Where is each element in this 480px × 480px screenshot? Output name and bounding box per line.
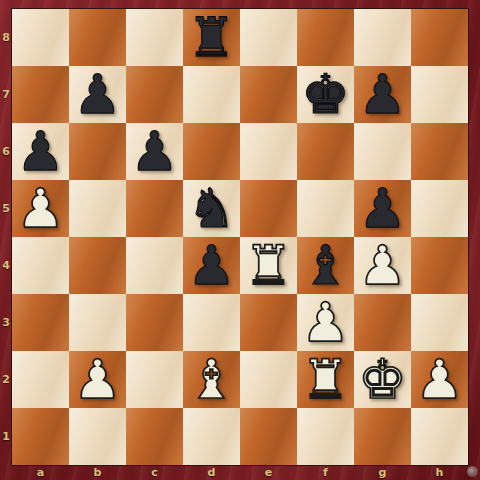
square-c5[interactable] bbox=[126, 180, 183, 237]
file-label-f: f bbox=[297, 465, 354, 480]
square-f3[interactable]: ♟ bbox=[297, 294, 354, 351]
square-c3[interactable] bbox=[126, 294, 183, 351]
piece-white-pawn[interactable]: ♟ bbox=[12, 180, 69, 237]
square-d3[interactable] bbox=[183, 294, 240, 351]
square-a6[interactable]: ♟ bbox=[12, 123, 69, 180]
chess-board: ♜♟♚♟♟♟♟♞♟♟♜♝♟♟♟♝♜♚♟ bbox=[12, 9, 468, 465]
piece-black-bishop[interactable]: ♝ bbox=[297, 237, 354, 294]
piece-white-rook[interactable]: ♜ bbox=[240, 237, 297, 294]
square-g7[interactable]: ♟ bbox=[354, 66, 411, 123]
square-h1[interactable] bbox=[411, 408, 468, 465]
square-d1[interactable] bbox=[183, 408, 240, 465]
square-c8[interactable] bbox=[126, 9, 183, 66]
piece-white-pawn[interactable]: ♟ bbox=[297, 294, 354, 351]
piece-black-pawn[interactable]: ♟ bbox=[12, 123, 69, 180]
square-c4[interactable] bbox=[126, 237, 183, 294]
square-f6[interactable] bbox=[297, 123, 354, 180]
square-d5[interactable]: ♞ bbox=[183, 180, 240, 237]
square-a1[interactable] bbox=[12, 408, 69, 465]
square-h3[interactable] bbox=[411, 294, 468, 351]
square-d4[interactable]: ♟ bbox=[183, 237, 240, 294]
square-a4[interactable] bbox=[12, 237, 69, 294]
piece-white-pawn[interactable]: ♟ bbox=[69, 351, 126, 408]
square-d7[interactable] bbox=[183, 66, 240, 123]
square-b4[interactable] bbox=[69, 237, 126, 294]
piece-black-pawn[interactable]: ♟ bbox=[183, 237, 240, 294]
square-h7[interactable] bbox=[411, 66, 468, 123]
piece-black-pawn[interactable]: ♟ bbox=[354, 180, 411, 237]
square-b2[interactable]: ♟ bbox=[69, 351, 126, 408]
square-a3[interactable] bbox=[12, 294, 69, 351]
square-f8[interactable] bbox=[297, 9, 354, 66]
square-d2[interactable]: ♝ bbox=[183, 351, 240, 408]
square-g2[interactable]: ♚ bbox=[354, 351, 411, 408]
piece-white-bishop[interactable]: ♝ bbox=[183, 351, 240, 408]
file-label-d: d bbox=[183, 465, 240, 480]
square-e4[interactable]: ♜ bbox=[240, 237, 297, 294]
square-d8[interactable]: ♜ bbox=[183, 9, 240, 66]
square-g5[interactable]: ♟ bbox=[354, 180, 411, 237]
rank-label-8: 8 bbox=[0, 9, 12, 66]
square-f7[interactable]: ♚ bbox=[297, 66, 354, 123]
square-e7[interactable] bbox=[240, 66, 297, 123]
piece-white-king[interactable]: ♚ bbox=[354, 351, 411, 408]
square-c1[interactable] bbox=[126, 408, 183, 465]
piece-black-king[interactable]: ♚ bbox=[297, 66, 354, 123]
square-c2[interactable] bbox=[126, 351, 183, 408]
square-a2[interactable] bbox=[12, 351, 69, 408]
piece-white-pawn[interactable]: ♟ bbox=[411, 351, 468, 408]
square-h8[interactable] bbox=[411, 9, 468, 66]
file-label-b: b bbox=[69, 465, 126, 480]
square-g8[interactable] bbox=[354, 9, 411, 66]
square-c7[interactable] bbox=[126, 66, 183, 123]
square-h6[interactable] bbox=[411, 123, 468, 180]
file-label-e: e bbox=[240, 465, 297, 480]
square-a5[interactable]: ♟ bbox=[12, 180, 69, 237]
rank-label-7: 7 bbox=[0, 66, 12, 123]
piece-white-rook[interactable]: ♜ bbox=[297, 351, 354, 408]
square-f1[interactable] bbox=[297, 408, 354, 465]
square-f4[interactable]: ♝ bbox=[297, 237, 354, 294]
square-b5[interactable] bbox=[69, 180, 126, 237]
piece-black-knight[interactable]: ♞ bbox=[183, 180, 240, 237]
square-g6[interactable] bbox=[354, 123, 411, 180]
square-b8[interactable] bbox=[69, 9, 126, 66]
square-f2[interactable]: ♜ bbox=[297, 351, 354, 408]
file-label-g: g bbox=[354, 465, 411, 480]
chess-app-window: ♜♟♚♟♟♟♟♞♟♟♜♝♟♟♟♝♜♚♟ 87654321 abcdefgh bbox=[0, 0, 480, 480]
rank-label-6: 6 bbox=[0, 123, 12, 180]
square-e5[interactable] bbox=[240, 180, 297, 237]
square-h5[interactable] bbox=[411, 180, 468, 237]
square-b1[interactable] bbox=[69, 408, 126, 465]
rank-label-1: 1 bbox=[0, 408, 12, 465]
square-e3[interactable] bbox=[240, 294, 297, 351]
square-g4[interactable]: ♟ bbox=[354, 237, 411, 294]
square-d6[interactable] bbox=[183, 123, 240, 180]
square-a7[interactable] bbox=[12, 66, 69, 123]
square-f5[interactable] bbox=[297, 180, 354, 237]
square-a8[interactable] bbox=[12, 9, 69, 66]
square-e1[interactable] bbox=[240, 408, 297, 465]
square-b7[interactable]: ♟ bbox=[69, 66, 126, 123]
rank-label-3: 3 bbox=[0, 294, 12, 351]
rank-label-2: 2 bbox=[0, 351, 12, 408]
piece-black-pawn[interactable]: ♟ bbox=[354, 66, 411, 123]
resize-handle-dot bbox=[467, 466, 478, 477]
piece-black-pawn[interactable]: ♟ bbox=[69, 66, 126, 123]
file-label-h: h bbox=[411, 465, 468, 480]
square-g1[interactable] bbox=[354, 408, 411, 465]
piece-white-pawn[interactable]: ♟ bbox=[354, 237, 411, 294]
square-g3[interactable] bbox=[354, 294, 411, 351]
rank-label-5: 5 bbox=[0, 180, 12, 237]
rank-label-4: 4 bbox=[0, 237, 12, 294]
square-b3[interactable] bbox=[69, 294, 126, 351]
square-e6[interactable] bbox=[240, 123, 297, 180]
square-e8[interactable] bbox=[240, 9, 297, 66]
square-h4[interactable] bbox=[411, 237, 468, 294]
square-b6[interactable] bbox=[69, 123, 126, 180]
file-label-a: a bbox=[12, 465, 69, 480]
square-h2[interactable]: ♟ bbox=[411, 351, 468, 408]
square-e2[interactable] bbox=[240, 351, 297, 408]
piece-black-pawn[interactable]: ♟ bbox=[126, 123, 183, 180]
square-c6[interactable]: ♟ bbox=[126, 123, 183, 180]
file-label-c: c bbox=[126, 465, 183, 480]
piece-black-rook[interactable]: ♜ bbox=[183, 9, 240, 66]
